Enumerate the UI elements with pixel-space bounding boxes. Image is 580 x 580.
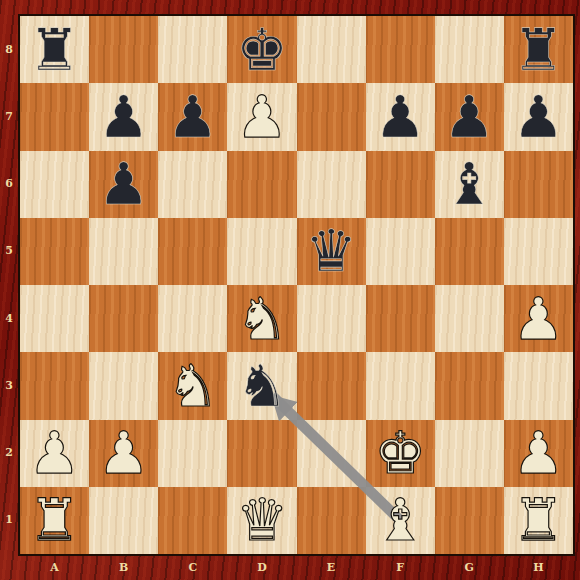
file-label-a: A bbox=[45, 561, 65, 575]
square-f5[interactable] bbox=[366, 218, 435, 285]
square-h2[interactable]: ♟ bbox=[504, 420, 573, 487]
piece-black-pawn[interactable]: ♟ bbox=[167, 88, 219, 146]
square-c8[interactable] bbox=[158, 16, 227, 83]
rank-label-7: 7 bbox=[0, 110, 18, 124]
piece-white-pawn[interactable]: ♟ bbox=[236, 88, 288, 146]
piece-black-pawn[interactable]: ♟ bbox=[374, 88, 426, 146]
square-d1[interactable]: ♛ bbox=[227, 487, 296, 554]
square-f7[interactable]: ♟ bbox=[366, 83, 435, 150]
rank-label-1: 1 bbox=[0, 513, 18, 527]
square-f8[interactable] bbox=[366, 16, 435, 83]
square-c6[interactable] bbox=[158, 151, 227, 218]
square-a8[interactable]: ♜ bbox=[20, 16, 89, 83]
rank-label-6: 6 bbox=[0, 177, 18, 191]
square-h3[interactable] bbox=[504, 352, 573, 419]
square-h8[interactable]: ♜ bbox=[504, 16, 573, 83]
square-b8[interactable] bbox=[89, 16, 158, 83]
rank-label-8: 8 bbox=[0, 43, 18, 57]
square-f2[interactable]: ♚ bbox=[366, 420, 435, 487]
square-b4[interactable] bbox=[89, 285, 158, 352]
square-e1[interactable] bbox=[297, 487, 366, 554]
square-e8[interactable] bbox=[297, 16, 366, 83]
square-b5[interactable] bbox=[89, 218, 158, 285]
square-d5[interactable] bbox=[227, 218, 296, 285]
piece-white-bishop[interactable]: ♝ bbox=[374, 491, 426, 549]
file-label-f: F bbox=[390, 561, 410, 575]
square-f1[interactable]: ♝ bbox=[366, 487, 435, 554]
square-b3[interactable] bbox=[89, 352, 158, 419]
square-h5[interactable] bbox=[504, 218, 573, 285]
square-a3[interactable] bbox=[20, 352, 89, 419]
piece-black-pawn[interactable]: ♟ bbox=[98, 88, 150, 146]
square-a5[interactable] bbox=[20, 218, 89, 285]
square-g3[interactable] bbox=[435, 352, 504, 419]
square-f4[interactable] bbox=[366, 285, 435, 352]
square-d8[interactable]: ♚ bbox=[227, 16, 296, 83]
piece-white-pawn[interactable]: ♟ bbox=[98, 424, 150, 482]
square-d7[interactable]: ♟ bbox=[227, 83, 296, 150]
square-g4[interactable] bbox=[435, 285, 504, 352]
piece-black-king[interactable]: ♚ bbox=[236, 21, 288, 79]
chess-board: ♜♚♜♟♟♟♟♟♟♟♝♛♞♟♞♞♟♟♚♟♜♛♝♜ 87654321ABCDEFG… bbox=[0, 0, 580, 580]
square-b6[interactable]: ♟ bbox=[89, 151, 158, 218]
square-c2[interactable] bbox=[158, 420, 227, 487]
piece-black-knight[interactable]: ♞ bbox=[236, 357, 288, 415]
square-e2[interactable] bbox=[297, 420, 366, 487]
file-label-c: C bbox=[183, 561, 203, 575]
piece-black-rook[interactable]: ♜ bbox=[512, 21, 564, 79]
rank-label-4: 4 bbox=[0, 312, 18, 326]
square-g6[interactable]: ♝ bbox=[435, 151, 504, 218]
square-c3[interactable]: ♞ bbox=[158, 352, 227, 419]
piece-white-knight[interactable]: ♞ bbox=[236, 290, 288, 348]
square-b7[interactable]: ♟ bbox=[89, 83, 158, 150]
square-c7[interactable]: ♟ bbox=[158, 83, 227, 150]
piece-white-queen[interactable]: ♛ bbox=[236, 491, 288, 549]
square-a6[interactable] bbox=[20, 151, 89, 218]
square-h7[interactable]: ♟ bbox=[504, 83, 573, 150]
square-e7[interactable] bbox=[297, 83, 366, 150]
piece-white-pawn[interactable]: ♟ bbox=[512, 290, 564, 348]
rank-label-2: 2 bbox=[0, 446, 18, 460]
piece-white-knight[interactable]: ♞ bbox=[167, 357, 219, 415]
piece-white-rook[interactable]: ♜ bbox=[512, 491, 564, 549]
square-g1[interactable] bbox=[435, 487, 504, 554]
piece-black-bishop[interactable]: ♝ bbox=[443, 155, 495, 213]
square-c4[interactable] bbox=[158, 285, 227, 352]
square-g7[interactable]: ♟ bbox=[435, 83, 504, 150]
square-a1[interactable]: ♜ bbox=[20, 487, 89, 554]
square-f3[interactable] bbox=[366, 352, 435, 419]
square-e5[interactable]: ♛ bbox=[297, 218, 366, 285]
square-a4[interactable] bbox=[20, 285, 89, 352]
square-c5[interactable] bbox=[158, 218, 227, 285]
rank-label-5: 5 bbox=[0, 244, 18, 258]
piece-black-queen[interactable]: ♛ bbox=[305, 222, 357, 280]
piece-black-pawn[interactable]: ♟ bbox=[512, 88, 564, 146]
piece-white-pawn[interactable]: ♟ bbox=[29, 424, 81, 482]
square-h4[interactable]: ♟ bbox=[504, 285, 573, 352]
square-b2[interactable]: ♟ bbox=[89, 420, 158, 487]
file-label-g: G bbox=[459, 561, 479, 575]
square-d6[interactable] bbox=[227, 151, 296, 218]
square-c1[interactable] bbox=[158, 487, 227, 554]
rank-label-3: 3 bbox=[0, 379, 18, 393]
file-label-e: E bbox=[321, 561, 341, 575]
square-e3[interactable] bbox=[297, 352, 366, 419]
square-e6[interactable] bbox=[297, 151, 366, 218]
square-a7[interactable] bbox=[20, 83, 89, 150]
square-g5[interactable] bbox=[435, 218, 504, 285]
file-label-d: D bbox=[252, 561, 272, 575]
square-g8[interactable] bbox=[435, 16, 504, 83]
file-label-h: H bbox=[528, 561, 548, 575]
square-d4[interactable]: ♞ bbox=[227, 285, 296, 352]
square-h6[interactable] bbox=[504, 151, 573, 218]
piece-black-pawn[interactable]: ♟ bbox=[443, 88, 495, 146]
square-b1[interactable] bbox=[89, 487, 158, 554]
piece-white-king[interactable]: ♚ bbox=[374, 424, 426, 482]
square-h1[interactable]: ♜ bbox=[504, 487, 573, 554]
piece-white-rook[interactable]: ♜ bbox=[29, 491, 81, 549]
file-label-b: B bbox=[114, 561, 134, 575]
square-a2[interactable]: ♟ bbox=[20, 420, 89, 487]
piece-black-pawn[interactable]: ♟ bbox=[98, 155, 150, 213]
square-d2[interactable] bbox=[227, 420, 296, 487]
square-e4[interactable] bbox=[297, 285, 366, 352]
square-g2[interactable] bbox=[435, 420, 504, 487]
piece-black-rook[interactable]: ♜ bbox=[29, 21, 81, 79]
square-d3[interactable]: ♞ bbox=[227, 352, 296, 419]
square-f6[interactable] bbox=[366, 151, 435, 218]
board-grid: ♜♚♜♟♟♟♟♟♟♟♝♛♞♟♞♞♟♟♚♟♜♛♝♜ bbox=[18, 14, 575, 556]
piece-white-pawn[interactable]: ♟ bbox=[512, 424, 564, 482]
